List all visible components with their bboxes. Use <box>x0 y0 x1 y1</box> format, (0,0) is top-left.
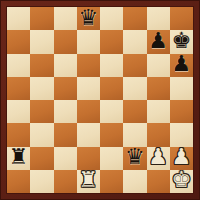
square-e2[interactable] <box>100 147 123 170</box>
square-f8[interactable] <box>123 7 146 30</box>
square-d4[interactable] <box>77 100 100 123</box>
board-border: ♛♟♚♟♜♛♟♟♜♚ <box>0 0 200 200</box>
square-g7[interactable]: ♟ <box>147 30 170 53</box>
square-d1[interactable]: ♜ <box>77 170 100 193</box>
square-d6[interactable] <box>77 54 100 77</box>
square-e3[interactable] <box>100 123 123 146</box>
square-b6[interactable] <box>30 54 53 77</box>
square-g5[interactable] <box>147 77 170 100</box>
square-c3[interactable] <box>54 123 77 146</box>
square-a6[interactable] <box>7 54 30 77</box>
square-e1[interactable] <box>100 170 123 193</box>
square-g4[interactable] <box>147 100 170 123</box>
square-f4[interactable] <box>123 100 146 123</box>
black-pawn[interactable]: ♟ <box>172 54 192 76</box>
square-c4[interactable] <box>54 100 77 123</box>
square-g8[interactable] <box>147 7 170 30</box>
square-g2[interactable]: ♟ <box>147 147 170 170</box>
square-f5[interactable] <box>123 77 146 100</box>
square-b7[interactable] <box>30 30 53 53</box>
square-h7[interactable]: ♚ <box>170 30 193 53</box>
square-f1[interactable] <box>123 170 146 193</box>
square-e4[interactable] <box>100 100 123 123</box>
square-h8[interactable] <box>170 7 193 30</box>
square-b3[interactable] <box>30 123 53 146</box>
square-d7[interactable] <box>77 30 100 53</box>
black-pawn[interactable]: ♟ <box>148 30 168 52</box>
white-pawn[interactable]: ♟ <box>148 147 168 169</box>
square-c1[interactable] <box>54 170 77 193</box>
square-e8[interactable] <box>100 7 123 30</box>
square-e6[interactable] <box>100 54 123 77</box>
white-pawn[interactable]: ♟ <box>172 147 192 169</box>
square-g3[interactable] <box>147 123 170 146</box>
square-d5[interactable] <box>77 77 100 100</box>
chess-board-screenshot: ♛♟♚♟♜♛♟♟♜♚ <box>0 0 200 200</box>
square-d2[interactable] <box>77 147 100 170</box>
square-d3[interactable] <box>77 123 100 146</box>
square-h6[interactable]: ♟ <box>170 54 193 77</box>
square-f3[interactable] <box>123 123 146 146</box>
square-c7[interactable] <box>54 30 77 53</box>
square-c6[interactable] <box>54 54 77 77</box>
black-rook[interactable]: ♜ <box>9 147 29 169</box>
square-a3[interactable] <box>7 123 30 146</box>
square-d8[interactable]: ♛ <box>77 7 100 30</box>
square-a2[interactable]: ♜ <box>7 147 30 170</box>
square-h2[interactable]: ♟ <box>170 147 193 170</box>
square-g1[interactable] <box>147 170 170 193</box>
white-king[interactable]: ♚ <box>172 170 192 192</box>
square-e5[interactable] <box>100 77 123 100</box>
square-h5[interactable] <box>170 77 193 100</box>
square-h3[interactable] <box>170 123 193 146</box>
square-b5[interactable] <box>30 77 53 100</box>
square-g6[interactable] <box>147 54 170 77</box>
square-c5[interactable] <box>54 77 77 100</box>
square-b8[interactable] <box>30 7 53 30</box>
black-queen[interactable]: ♛ <box>79 7 99 29</box>
square-a8[interactable] <box>7 7 30 30</box>
black-queen[interactable]: ♛ <box>125 147 145 169</box>
black-king[interactable]: ♚ <box>172 30 192 52</box>
square-c2[interactable] <box>54 147 77 170</box>
square-f6[interactable] <box>123 54 146 77</box>
square-c8[interactable] <box>54 7 77 30</box>
square-b1[interactable] <box>30 170 53 193</box>
square-h1[interactable]: ♚ <box>170 170 193 193</box>
square-b4[interactable] <box>30 100 53 123</box>
square-e7[interactable] <box>100 30 123 53</box>
square-b2[interactable] <box>30 147 53 170</box>
square-h4[interactable] <box>170 100 193 123</box>
square-a5[interactable] <box>7 77 30 100</box>
square-a4[interactable] <box>7 100 30 123</box>
square-a1[interactable] <box>7 170 30 193</box>
square-a7[interactable] <box>7 30 30 53</box>
white-rook[interactable]: ♜ <box>79 170 99 192</box>
chess-board: ♛♟♚♟♜♛♟♟♜♚ <box>7 7 193 193</box>
square-f2[interactable]: ♛ <box>123 147 146 170</box>
square-f7[interactable] <box>123 30 146 53</box>
